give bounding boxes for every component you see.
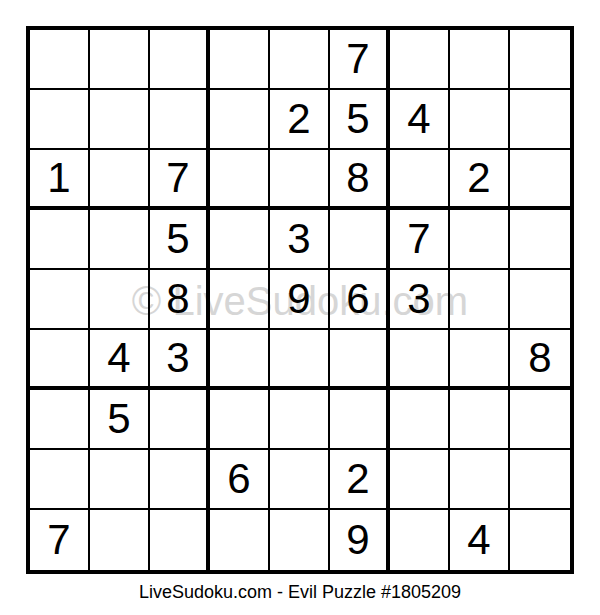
cell-r4c4[interactable] <box>210 210 270 270</box>
cell-r7c8[interactable] <box>450 390 510 450</box>
cell-r3c6[interactable]: 8 <box>330 150 390 210</box>
cell-r1c7[interactable] <box>390 30 450 90</box>
cell-r2c3[interactable] <box>150 90 210 150</box>
cell-r7c9[interactable] <box>510 390 570 450</box>
cell-r2c1[interactable] <box>30 90 90 150</box>
sudoku-board: © LiveSudoku.com 72541782537896343856279… <box>26 26 574 574</box>
cell-r8c5[interactable] <box>270 450 330 510</box>
cell-r1c5[interactable] <box>270 30 330 90</box>
cell-r4c3[interactable]: 5 <box>150 210 210 270</box>
cell-r5c9[interactable] <box>510 270 570 330</box>
cell-r6c7[interactable] <box>390 330 450 390</box>
cell-r1c2[interactable] <box>90 30 150 90</box>
cell-r9c1[interactable]: 7 <box>30 510 90 570</box>
cell-r9c8[interactable]: 4 <box>450 510 510 570</box>
cell-r4c9[interactable] <box>510 210 570 270</box>
caption: LiveSudoku.com - Evil Puzzle #1805209 <box>0 582 600 603</box>
cell-r3c8[interactable]: 2 <box>450 150 510 210</box>
cell-r2c8[interactable] <box>450 90 510 150</box>
cell-r2c5[interactable]: 2 <box>270 90 330 150</box>
cell-r7c7[interactable] <box>390 390 450 450</box>
cell-r8c4[interactable]: 6 <box>210 450 270 510</box>
cell-r7c1[interactable] <box>30 390 90 450</box>
cell-r8c8[interactable] <box>450 450 510 510</box>
cell-r9c5[interactable] <box>270 510 330 570</box>
cell-r8c9[interactable] <box>510 450 570 510</box>
cell-r7c2[interactable]: 5 <box>90 390 150 450</box>
cell-r8c7[interactable] <box>390 450 450 510</box>
cell-r1c1[interactable] <box>30 30 90 90</box>
cell-r1c6[interactable]: 7 <box>330 30 390 90</box>
cell-r7c5[interactable] <box>270 390 330 450</box>
cell-r4c1[interactable] <box>30 210 90 270</box>
cell-r2c6[interactable]: 5 <box>330 90 390 150</box>
cell-r5c2[interactable] <box>90 270 150 330</box>
cell-r2c2[interactable] <box>90 90 150 150</box>
cell-r7c6[interactable] <box>330 390 390 450</box>
cell-r9c3[interactable] <box>150 510 210 570</box>
cell-r5c1[interactable] <box>30 270 90 330</box>
cell-r3c7[interactable] <box>390 150 450 210</box>
cell-r8c2[interactable] <box>90 450 150 510</box>
cell-r5c5[interactable]: 9 <box>270 270 330 330</box>
cell-r6c5[interactable] <box>270 330 330 390</box>
cell-r3c3[interactable]: 7 <box>150 150 210 210</box>
cell-r4c6[interactable] <box>330 210 390 270</box>
cell-r1c9[interactable] <box>510 30 570 90</box>
cell-r2c7[interactable]: 4 <box>390 90 450 150</box>
cell-r3c4[interactable] <box>210 150 270 210</box>
cell-r9c4[interactable] <box>210 510 270 570</box>
cell-r4c5[interactable]: 3 <box>270 210 330 270</box>
cell-r5c4[interactable] <box>210 270 270 330</box>
cell-r6c6[interactable] <box>330 330 390 390</box>
cell-r1c4[interactable] <box>210 30 270 90</box>
cell-r6c8[interactable] <box>450 330 510 390</box>
sudoku-diagram: © LiveSudoku.com 72541782537896343856279… <box>0 0 600 615</box>
cell-r8c6[interactable]: 2 <box>330 450 390 510</box>
cell-r6c1[interactable] <box>30 330 90 390</box>
cell-r3c2[interactable] <box>90 150 150 210</box>
cell-r6c9[interactable]: 8 <box>510 330 570 390</box>
cell-r6c4[interactable] <box>210 330 270 390</box>
cell-r7c3[interactable] <box>150 390 210 450</box>
cell-r6c3[interactable]: 3 <box>150 330 210 390</box>
cell-r5c8[interactable] <box>450 270 510 330</box>
cell-r4c8[interactable] <box>450 210 510 270</box>
cell-r9c6[interactable]: 9 <box>330 510 390 570</box>
cell-r4c7[interactable]: 7 <box>390 210 450 270</box>
cell-r6c2[interactable]: 4 <box>90 330 150 390</box>
cell-r9c9[interactable] <box>510 510 570 570</box>
cell-r2c4[interactable] <box>210 90 270 150</box>
cell-r3c5[interactable] <box>270 150 330 210</box>
cell-r2c9[interactable] <box>510 90 570 150</box>
cell-r7c4[interactable] <box>210 390 270 450</box>
cell-r3c9[interactable] <box>510 150 570 210</box>
cell-r1c3[interactable] <box>150 30 210 90</box>
cell-r5c7[interactable]: 3 <box>390 270 450 330</box>
cell-r9c2[interactable] <box>90 510 150 570</box>
cell-r5c3[interactable]: 8 <box>150 270 210 330</box>
cell-r3c1[interactable]: 1 <box>30 150 90 210</box>
cell-r1c8[interactable] <box>450 30 510 90</box>
cell-r9c7[interactable] <box>390 510 450 570</box>
cell-r8c1[interactable] <box>30 450 90 510</box>
cell-r4c2[interactable] <box>90 210 150 270</box>
cell-r8c3[interactable] <box>150 450 210 510</box>
cell-r5c6[interactable]: 6 <box>330 270 390 330</box>
